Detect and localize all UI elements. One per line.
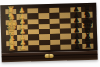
square-a1[interactable] xyxy=(6,46,17,52)
chess-box: ♜♟♟♜♞♟♟♞♝♟♟♝♚♟♟♚♛♟♟♛♝♟♟♝♞♟♟♞♜♟♟♜ xyxy=(0,3,98,63)
chess-board xyxy=(5,7,93,51)
square-a6[interactable] xyxy=(61,44,72,50)
box-front-face xyxy=(2,51,98,63)
brass-latch-icon xyxy=(44,54,53,58)
board-frame: ♜♟♟♜♞♟♟♞♝♟♟♝♚♟♟♚♛♟♟♛♝♟♟♝♞♟♟♞♜♟♟♜ xyxy=(0,3,97,54)
square-a8[interactable] xyxy=(82,44,93,50)
square-a5[interactable] xyxy=(50,44,61,50)
square-a3[interactable] xyxy=(28,45,39,51)
square-a2[interactable] xyxy=(17,45,28,51)
square-a7[interactable] xyxy=(72,44,83,50)
photo-background: ♜♟♟♜♞♟♟♞♝♟♟♝♚♟♟♚♛♟♟♛♝♟♟♝♞♟♟♞♜♟♟♜ xyxy=(0,0,100,67)
square-a4[interactable] xyxy=(39,45,50,51)
